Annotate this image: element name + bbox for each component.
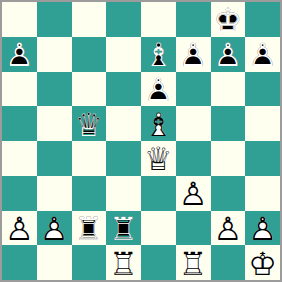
black-pawn[interactable]: ♟♙ <box>211 37 246 72</box>
square-e1[interactable] <box>141 245 176 280</box>
square-g8[interactable]: ♚♔ <box>211 2 246 37</box>
square-e6[interactable]: ♟♙ <box>141 72 176 107</box>
black-pawn[interactable]: ♟♙ <box>141 72 176 107</box>
piece-outline-glyph: ♖ <box>72 211 107 246</box>
white-rook[interactable]: ♜♖ <box>106 245 141 280</box>
square-b2[interactable]: ♟♙ <box>37 211 72 246</box>
square-f2[interactable] <box>176 211 211 246</box>
square-d3[interactable] <box>106 176 141 211</box>
square-b5[interactable] <box>37 106 72 141</box>
square-g4[interactable] <box>211 141 246 176</box>
square-h3[interactable] <box>245 176 280 211</box>
piece-outline-glyph: ♗ <box>141 107 176 142</box>
white-pawn[interactable]: ♟♙ <box>37 211 72 246</box>
square-a5[interactable] <box>2 106 37 141</box>
white-rook[interactable]: ♜♖ <box>176 245 211 280</box>
white-pawn[interactable]: ♟♙ <box>211 211 246 246</box>
square-h2[interactable]: ♟♙ <box>245 211 280 246</box>
piece-outline-glyph: ♙ <box>245 211 280 246</box>
black-rook[interactable]: ♜♖ <box>72 211 107 246</box>
square-c2[interactable]: ♜♖ <box>72 211 107 246</box>
square-b7[interactable] <box>37 37 72 72</box>
square-h1[interactable]: ♚♔ <box>245 245 280 280</box>
white-bishop[interactable]: ♝♗ <box>141 106 176 141</box>
chess-board-frame: ♚♔♟♙♝♗♟♙♟♙♟♙♟♙♛♕♝♗♛♕♟♙♟♙♟♙♜♖♜♖♟♙♟♙♜♖♜♖♚♔ <box>0 0 282 282</box>
square-f7[interactable]: ♟♙ <box>176 37 211 72</box>
piece-outline-glyph: ♙ <box>176 176 211 211</box>
piece-outline-glyph: ♔ <box>211 3 246 38</box>
square-g6[interactable] <box>211 72 246 107</box>
white-pawn[interactable]: ♟♙ <box>2 211 37 246</box>
black-pawn[interactable]: ♟♙ <box>245 37 280 72</box>
square-h5[interactable] <box>245 106 280 141</box>
piece-outline-glyph: ♗ <box>141 37 176 72</box>
square-c8[interactable] <box>72 2 107 37</box>
square-b1[interactable] <box>37 245 72 280</box>
square-f6[interactable] <box>176 72 211 107</box>
black-king[interactable]: ♚♔ <box>211 2 246 37</box>
black-rook[interactable]: ♜♖ <box>106 211 141 246</box>
black-pawn[interactable]: ♟♙ <box>176 37 211 72</box>
chess-board: ♚♔♟♙♝♗♟♙♟♙♟♙♟♙♛♕♝♗♛♕♟♙♟♙♟♙♜♖♜♖♟♙♟♙♜♖♜♖♚♔ <box>2 2 280 280</box>
square-b3[interactable] <box>37 176 72 211</box>
square-f4[interactable] <box>176 141 211 176</box>
piece-outline-glyph: ♕ <box>72 107 107 142</box>
square-e7[interactable]: ♝♗ <box>141 37 176 72</box>
white-king[interactable]: ♚♔ <box>245 245 280 280</box>
black-pawn[interactable]: ♟♙ <box>2 37 37 72</box>
piece-outline-glyph: ♙ <box>2 211 37 246</box>
square-h6[interactable] <box>245 72 280 107</box>
square-a7[interactable]: ♟♙ <box>2 37 37 72</box>
square-a3[interactable] <box>2 176 37 211</box>
square-c4[interactable] <box>72 141 107 176</box>
square-g7[interactable]: ♟♙ <box>211 37 246 72</box>
square-d6[interactable] <box>106 72 141 107</box>
black-queen[interactable]: ♛♕ <box>72 106 107 141</box>
square-b8[interactable] <box>37 2 72 37</box>
square-f5[interactable] <box>176 106 211 141</box>
square-b4[interactable] <box>37 141 72 176</box>
square-a2[interactable]: ♟♙ <box>2 211 37 246</box>
square-d4[interactable] <box>106 141 141 176</box>
square-f8[interactable] <box>176 2 211 37</box>
square-d1[interactable]: ♜♖ <box>106 245 141 280</box>
white-pawn[interactable]: ♟♙ <box>245 211 280 246</box>
square-g2[interactable]: ♟♙ <box>211 211 246 246</box>
square-e2[interactable] <box>141 211 176 246</box>
piece-outline-glyph: ♕ <box>141 142 176 177</box>
square-h7[interactable]: ♟♙ <box>245 37 280 72</box>
piece-outline-glyph: ♙ <box>2 37 37 72</box>
square-a1[interactable] <box>2 245 37 280</box>
square-e8[interactable] <box>141 2 176 37</box>
piece-outline-glyph: ♖ <box>106 246 141 281</box>
square-h8[interactable] <box>245 2 280 37</box>
square-f3[interactable]: ♟♙ <box>176 176 211 211</box>
piece-outline-glyph: ♙ <box>211 37 246 72</box>
square-c6[interactable] <box>72 72 107 107</box>
square-a4[interactable] <box>2 141 37 176</box>
piece-outline-glyph: ♔ <box>245 246 280 281</box>
square-c7[interactable] <box>72 37 107 72</box>
piece-outline-glyph: ♙ <box>211 211 246 246</box>
square-g5[interactable] <box>211 106 246 141</box>
square-a6[interactable] <box>2 72 37 107</box>
square-e4[interactable]: ♛♕ <box>141 141 176 176</box>
square-f1[interactable]: ♜♖ <box>176 245 211 280</box>
square-a8[interactable] <box>2 2 37 37</box>
square-c5[interactable]: ♛♕ <box>72 106 107 141</box>
black-bishop[interactable]: ♝♗ <box>141 37 176 72</box>
square-g1[interactable] <box>211 245 246 280</box>
square-d8[interactable] <box>106 2 141 37</box>
square-g3[interactable] <box>211 176 246 211</box>
square-d2[interactable]: ♜♖ <box>106 211 141 246</box>
square-d7[interactable] <box>106 37 141 72</box>
piece-outline-glyph: ♙ <box>141 72 176 107</box>
square-e3[interactable] <box>141 176 176 211</box>
square-c1[interactable] <box>72 245 107 280</box>
square-e5[interactable]: ♝♗ <box>141 106 176 141</box>
piece-outline-glyph: ♙ <box>37 211 72 246</box>
white-queen[interactable]: ♛♕ <box>141 141 176 176</box>
square-c3[interactable] <box>72 176 107 211</box>
piece-outline-glyph: ♙ <box>245 37 280 72</box>
square-d5[interactable] <box>106 106 141 141</box>
piece-outline-glyph: ♖ <box>176 246 211 281</box>
square-h4[interactable] <box>245 141 280 176</box>
piece-outline-glyph: ♙ <box>176 37 211 72</box>
square-b6[interactable] <box>37 72 72 107</box>
piece-outline-glyph: ♖ <box>106 211 141 246</box>
white-pawn[interactable]: ♟♙ <box>176 176 211 211</box>
